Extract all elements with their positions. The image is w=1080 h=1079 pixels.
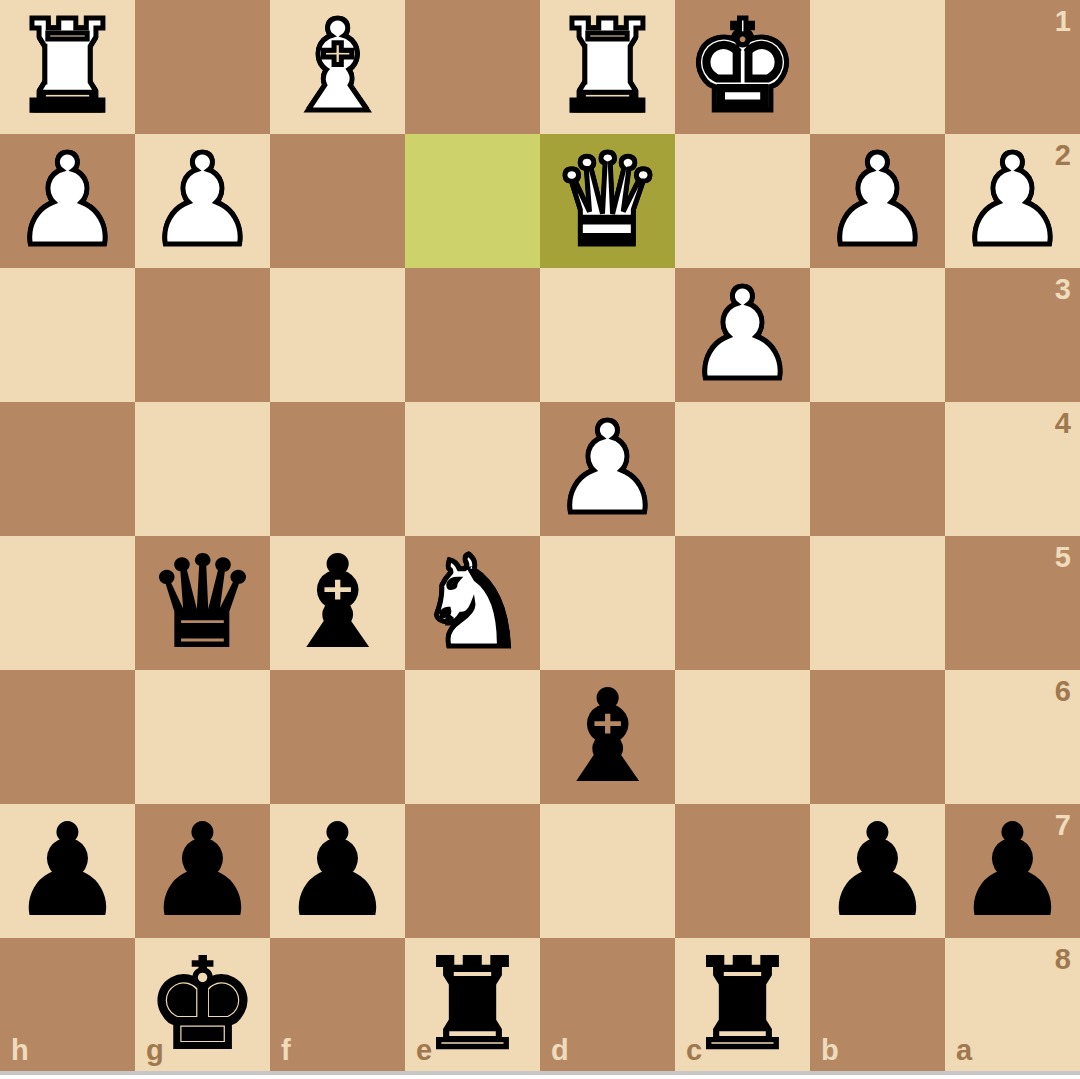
file-label-e: e xyxy=(416,1036,432,1065)
square-g4[interactable] xyxy=(135,402,270,536)
square-b5[interactable] xyxy=(810,536,945,670)
black-bishop-f5[interactable]: ♝ xyxy=(281,536,394,670)
square-d4[interactable]: ♟ xyxy=(540,402,675,536)
square-d7[interactable] xyxy=(540,804,675,938)
square-f8[interactable]: f xyxy=(270,938,405,1072)
square-a2[interactable]: ♟2 xyxy=(945,134,1080,268)
square-b3[interactable] xyxy=(810,268,945,402)
file-label-a: a xyxy=(956,1036,972,1065)
square-h8[interactable]: h xyxy=(0,938,135,1072)
square-f7[interactable]: ♟ xyxy=(270,804,405,938)
black-queen-g5[interactable]: ♛ xyxy=(146,536,259,670)
square-f2[interactable] xyxy=(270,134,405,268)
chess-board-panel: ♜♝♜♚1♟♟♛♟♟2♟3♟4♛♝♞5♝6♟♟♟♟♟7h♚gf♜ed♜cb8a xyxy=(0,0,1080,1079)
square-a1[interactable]: 1 xyxy=(945,0,1080,134)
square-h6[interactable] xyxy=(0,670,135,804)
square-e2[interactable] xyxy=(405,134,540,268)
square-f5[interactable]: ♝ xyxy=(270,536,405,670)
black-bishop-d6[interactable]: ♝ xyxy=(551,670,664,804)
square-c6[interactable] xyxy=(675,670,810,804)
white-pawn-d4[interactable]: ♟ xyxy=(551,402,664,536)
white-bishop-f1[interactable]: ♝ xyxy=(281,0,394,134)
white-rook-d1[interactable]: ♜ xyxy=(551,0,664,134)
square-h3[interactable] xyxy=(0,268,135,402)
white-pawn-a2[interactable]: ♟ xyxy=(956,134,1069,268)
square-e3[interactable] xyxy=(405,268,540,402)
square-b7[interactable]: ♟ xyxy=(810,804,945,938)
rank-label-8: 8 xyxy=(1055,945,1071,974)
white-knight-e5[interactable]: ♞ xyxy=(416,536,529,670)
square-c4[interactable] xyxy=(675,402,810,536)
white-king-c1[interactable]: ♚ xyxy=(686,0,799,134)
black-pawn-a7[interactable]: ♟ xyxy=(956,804,1069,938)
square-a4[interactable]: 4 xyxy=(945,402,1080,536)
square-d6[interactable]: ♝ xyxy=(540,670,675,804)
square-g3[interactable] xyxy=(135,268,270,402)
black-pawn-b7[interactable]: ♟ xyxy=(821,804,934,938)
square-a3[interactable]: 3 xyxy=(945,268,1080,402)
square-c2[interactable] xyxy=(675,134,810,268)
square-d8[interactable]: d xyxy=(540,938,675,1072)
square-f4[interactable] xyxy=(270,402,405,536)
square-g7[interactable]: ♟ xyxy=(135,804,270,938)
square-b2[interactable]: ♟ xyxy=(810,134,945,268)
square-f1[interactable]: ♝ xyxy=(270,0,405,134)
file-label-h: h xyxy=(11,1036,29,1065)
white-queen-d2[interactable]: ♛ xyxy=(551,134,664,268)
square-g8[interactable]: ♚g xyxy=(135,938,270,1072)
rank-label-3: 3 xyxy=(1055,275,1071,304)
file-label-b: b xyxy=(821,1036,839,1065)
square-d3[interactable] xyxy=(540,268,675,402)
square-h1[interactable]: ♜ xyxy=(0,0,135,134)
rank-label-4: 4 xyxy=(1055,409,1071,438)
white-pawn-b2[interactable]: ♟ xyxy=(821,134,934,268)
square-f3[interactable] xyxy=(270,268,405,402)
file-label-f: f xyxy=(281,1036,291,1065)
square-g5[interactable]: ♛ xyxy=(135,536,270,670)
square-b6[interactable] xyxy=(810,670,945,804)
file-label-d: d xyxy=(551,1036,569,1065)
square-e1[interactable] xyxy=(405,0,540,134)
rank-label-2: 2 xyxy=(1055,141,1071,170)
square-d1[interactable]: ♜ xyxy=(540,0,675,134)
rank-label-7: 7 xyxy=(1055,811,1071,840)
square-d2[interactable]: ♛ xyxy=(540,134,675,268)
black-rook-c8[interactable]: ♜ xyxy=(686,938,799,1072)
file-label-c: c xyxy=(686,1036,702,1065)
square-b1[interactable] xyxy=(810,0,945,134)
square-g1[interactable] xyxy=(135,0,270,134)
square-e6[interactable] xyxy=(405,670,540,804)
black-pawn-f7[interactable]: ♟ xyxy=(281,804,394,938)
square-c5[interactable] xyxy=(675,536,810,670)
square-c3[interactable]: ♟ xyxy=(675,268,810,402)
square-e4[interactable] xyxy=(405,402,540,536)
black-pawn-g7[interactable]: ♟ xyxy=(146,804,259,938)
square-c7[interactable] xyxy=(675,804,810,938)
chess-board: ♜♝♜♚1♟♟♛♟♟2♟3♟4♛♝♞5♝6♟♟♟♟♟7h♚gf♜ed♜cb8a xyxy=(0,0,1080,1071)
square-h7[interactable]: ♟ xyxy=(0,804,135,938)
square-g2[interactable]: ♟ xyxy=(135,134,270,268)
black-rook-e8[interactable]: ♜ xyxy=(416,938,529,1072)
square-e8[interactable]: ♜e xyxy=(405,938,540,1072)
white-pawn-g2[interactable]: ♟ xyxy=(146,134,259,268)
file-label-g: g xyxy=(146,1036,164,1065)
square-a8[interactable]: 8a xyxy=(945,938,1080,1072)
white-rook-h1[interactable]: ♜ xyxy=(11,0,124,134)
black-pawn-h7[interactable]: ♟ xyxy=(11,804,124,938)
square-h2[interactable]: ♟ xyxy=(0,134,135,268)
square-b4[interactable] xyxy=(810,402,945,536)
square-c8[interactable]: ♜c xyxy=(675,938,810,1072)
rank-label-5: 5 xyxy=(1055,543,1071,572)
square-d5[interactable] xyxy=(540,536,675,670)
square-e7[interactable] xyxy=(405,804,540,938)
square-g6[interactable] xyxy=(135,670,270,804)
white-pawn-h2[interactable]: ♟ xyxy=(11,134,124,268)
rank-label-1: 1 xyxy=(1055,7,1071,36)
white-pawn-c3[interactable]: ♟ xyxy=(686,268,799,402)
square-c1[interactable]: ♚ xyxy=(675,0,810,134)
rank-label-6: 6 xyxy=(1055,677,1071,706)
square-e5[interactable]: ♞ xyxy=(405,536,540,670)
square-h5[interactable] xyxy=(0,536,135,670)
square-h4[interactable] xyxy=(0,402,135,536)
square-a5[interactable]: 5 xyxy=(945,536,1080,670)
square-a7[interactable]: ♟7 xyxy=(945,804,1080,938)
square-f6[interactable] xyxy=(270,670,405,804)
square-a6[interactable]: 6 xyxy=(945,670,1080,804)
square-b8[interactable]: b xyxy=(810,938,945,1072)
